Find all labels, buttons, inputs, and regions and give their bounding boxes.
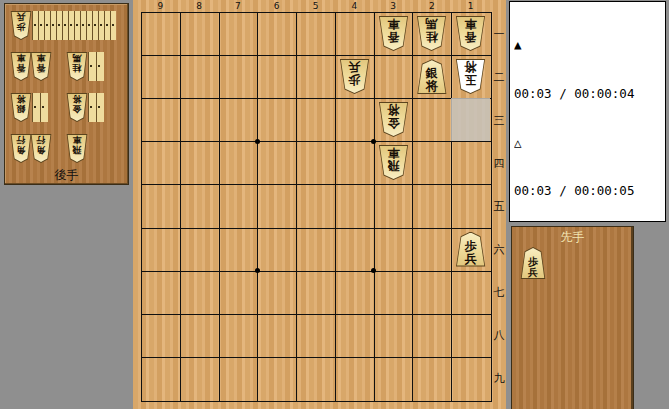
- board-square[interactable]: [181, 142, 220, 185]
- board-piece-2一[interactable]: 桂馬: [416, 16, 447, 51]
- board-square[interactable]: [220, 13, 259, 56]
- hand-piece-pawn[interactable]: 歩兵: [10, 11, 116, 40]
- board-square[interactable]: [452, 185, 491, 228]
- board-square[interactable]: [181, 272, 220, 315]
- rank-label: 七: [492, 285, 506, 300]
- piece-kanji: 桂馬: [66, 52, 88, 81]
- board-square[interactable]: [297, 56, 336, 99]
- board-square[interactable]: [452, 358, 491, 401]
- hand-piece-rook[interactable]: 飛車: [66, 134, 88, 163]
- file-label: 2: [427, 1, 437, 11]
- star-point: [255, 139, 260, 144]
- stacked-piece-edge: [40, 93, 48, 122]
- board-square[interactable]: [220, 315, 259, 358]
- piece-kanji: 角行: [10, 134, 32, 163]
- board-panel: 987654321 一二三四五六七八九 香車桂馬香車歩兵銀将玉将金将飛車歩兵: [133, 0, 506, 409]
- hand-piece-gold[interactable]: 金将: [66, 93, 104, 122]
- board-square[interactable]: [181, 99, 220, 142]
- board-square[interactable]: [181, 315, 220, 358]
- file-label: 5: [311, 1, 321, 11]
- hand-row: 銀将金将: [10, 93, 123, 123]
- file-label: 4: [349, 1, 359, 11]
- board-square[interactable]: [336, 185, 375, 228]
- board-square[interactable]: [375, 315, 414, 358]
- board-square[interactable]: [142, 142, 181, 185]
- board-square[interactable]: [375, 358, 414, 401]
- piece-kanji: 歩兵: [10, 11, 32, 40]
- gote-clock: 00:03 / 00:00:05: [514, 183, 665, 199]
- board-square[interactable]: [336, 99, 375, 142]
- board-square[interactable]: [258, 229, 297, 272]
- rank-label: 二: [492, 70, 506, 85]
- piece-kanji: 歩兵: [520, 247, 546, 279]
- board-square[interactable]: [258, 142, 297, 185]
- board-square[interactable]: [413, 315, 452, 358]
- board-square[interactable]: [336, 272, 375, 315]
- file-label: 3: [388, 1, 398, 11]
- piece-kanji: 桂馬: [416, 16, 447, 51]
- board-square[interactable]: [142, 315, 181, 358]
- board-square[interactable]: [452, 272, 491, 315]
- sente-mark: ▲: [514, 37, 665, 53]
- stacked-piece-edge: [88, 93, 96, 122]
- board-square[interactable]: [181, 229, 220, 272]
- gote-hand-tray: 歩兵香車香車桂馬銀将金将角行角行飛車 後手: [4, 3, 129, 185]
- board-square[interactable]: [220, 185, 259, 228]
- piece-kanji: 香車: [30, 52, 52, 81]
- board-square[interactable]: [258, 13, 297, 56]
- hand-piece-pawn[interactable]: 歩兵: [520, 247, 546, 279]
- file-label: 9: [155, 1, 165, 11]
- star-point: [255, 268, 260, 273]
- board-square[interactable]: [452, 315, 491, 358]
- board-square[interactable]: [375, 272, 414, 315]
- board-square[interactable]: [258, 272, 297, 315]
- hand-piece-silver[interactable]: 銀将: [10, 93, 48, 122]
- board-square[interactable]: [297, 358, 336, 401]
- hand-piece-face[interactable]: 桂馬: [66, 52, 88, 81]
- hand-piece-knight[interactable]: 桂馬: [66, 52, 104, 81]
- sente-hand-tray: 先手 歩兵: [511, 226, 634, 409]
- piece-kanji: 歩兵: [455, 232, 486, 267]
- star-point: [371, 139, 376, 144]
- board-square[interactable]: [258, 56, 297, 99]
- board-square[interactable]: [258, 358, 297, 401]
- board-square[interactable]: [297, 185, 336, 228]
- hand-piece-face[interactable]: 香車: [30, 52, 52, 81]
- board-square[interactable]: [336, 315, 375, 358]
- board-square[interactable]: [297, 229, 336, 272]
- sente-clock: 00:03 / 00:00:04: [514, 86, 665, 102]
- stacked-piece-edge: [88, 52, 96, 81]
- board-square[interactable]: [142, 56, 181, 99]
- board-piece-1二[interactable]: 玉将: [455, 59, 486, 94]
- board-square[interactable]: [142, 185, 181, 228]
- hand-piece-bishop[interactable]: 角行角行: [10, 134, 52, 163]
- hand-piece-face[interactable]: 飛車: [66, 134, 88, 163]
- sente-hand-pieces: 歩兵: [520, 247, 546, 279]
- board-square[interactable]: [220, 56, 259, 99]
- board-square[interactable]: [297, 142, 336, 185]
- piece-kanji: 銀将: [10, 93, 32, 122]
- board-square[interactable]: [220, 272, 259, 315]
- board-square[interactable]: [413, 185, 452, 228]
- gote-hand-label: 後手: [5, 168, 128, 182]
- board-piece-3四[interactable]: 飛車: [378, 145, 409, 180]
- hand-piece-face[interactable]: 歩兵: [10, 11, 32, 40]
- stacked-piece-edge: [96, 52, 104, 81]
- board-square[interactable]: [336, 13, 375, 56]
- hand-piece-face[interactable]: 歩兵: [520, 247, 546, 279]
- piece-kanji: 角行: [30, 134, 52, 163]
- board-piece-3一[interactable]: 香車: [378, 16, 409, 51]
- file-label: 6: [272, 1, 282, 11]
- info-panel: ▲ 00:03 / 00:00:04 △ 00:03 / 00:00:05 手合…: [509, 1, 666, 222]
- board-piece-4二[interactable]: 歩兵: [339, 59, 370, 94]
- file-label: 8: [194, 1, 204, 11]
- board-square[interactable]: [181, 185, 220, 228]
- board-square[interactable]: [258, 315, 297, 358]
- hand-slot: 金将: [66, 93, 119, 123]
- hand-piece-face[interactable]: 香車: [10, 52, 32, 81]
- piece-kanji: 金将: [378, 102, 409, 137]
- hand-piece-face[interactable]: 角行: [30, 134, 52, 163]
- sente-hand-label: 先手: [512, 230, 633, 244]
- piece-kanji: 香車: [455, 16, 486, 51]
- board-square[interactable]: [413, 99, 452, 142]
- board-piece-1一[interactable]: 香車: [455, 16, 486, 51]
- board-square[interactable]: [258, 99, 297, 142]
- hand-slot: 飛車: [66, 134, 119, 164]
- board-square[interactable]: [413, 272, 452, 315]
- board-square[interactable]: [220, 358, 259, 401]
- board-square[interactable]: [142, 13, 181, 56]
- board-square[interactable]: [181, 13, 220, 56]
- board-square[interactable]: [142, 229, 181, 272]
- piece-kanji: 銀将: [416, 59, 447, 94]
- board-square[interactable]: [181, 56, 220, 99]
- board-square[interactable]: [181, 358, 220, 401]
- hand-row: 歩兵: [10, 11, 123, 41]
- piece-kanji: 歩兵: [339, 59, 370, 94]
- rank-label: 三: [492, 113, 506, 128]
- board-square[interactable]: [375, 185, 414, 228]
- stacked-piece-edge: [32, 93, 40, 122]
- piece-kanji: 飛車: [66, 134, 88, 163]
- board-square[interactable]: [142, 272, 181, 315]
- board-square[interactable]: [297, 99, 336, 142]
- rank-label: 一: [492, 27, 506, 42]
- piece-kanji: 金将: [66, 93, 88, 122]
- board-square[interactable]: [220, 99, 259, 142]
- rank-label: 四: [492, 156, 506, 171]
- file-label: 1: [466, 1, 476, 11]
- board-square[interactable]: [413, 142, 452, 185]
- rank-label: 九: [492, 371, 506, 386]
- piece-kanji: 玉将: [455, 59, 486, 94]
- piece-kanji: 飛車: [378, 145, 409, 180]
- rank-label: 八: [492, 328, 506, 343]
- hand-piece-face[interactable]: 金将: [66, 93, 88, 122]
- board-square[interactable]: [375, 56, 414, 99]
- board-square[interactable]: [258, 185, 297, 228]
- hand-slot: 銀将: [10, 93, 63, 123]
- stacked-piece-edge: [110, 11, 116, 40]
- board-square[interactable]: [375, 229, 414, 272]
- board-square[interactable]: [336, 358, 375, 401]
- board-piece-2二[interactable]: 銀将: [416, 59, 447, 94]
- board-square[interactable]: [413, 358, 452, 401]
- hand-slot: 桂馬: [66, 52, 119, 82]
- board-square[interactable]: [220, 229, 259, 272]
- hand-piece-lance[interactable]: 香車香車: [10, 52, 52, 81]
- board-square[interactable]: [297, 272, 336, 315]
- hand-piece-face[interactable]: 銀将: [10, 93, 32, 122]
- board-square[interactable]: [142, 99, 181, 142]
- board-square[interactable]: [336, 229, 375, 272]
- hand-piece-face[interactable]: 角行: [10, 134, 32, 163]
- stacked-piece-edge: [96, 93, 104, 122]
- rank-label: 五: [492, 199, 506, 214]
- board-square[interactable]: [142, 358, 181, 401]
- board-piece-1六[interactable]: 歩兵: [455, 232, 486, 267]
- hand-row: 角行角行飛車: [10, 134, 123, 164]
- hand-slot: 角行角行: [10, 134, 63, 164]
- board-square[interactable]: [336, 142, 375, 185]
- board-square[interactable]: [452, 142, 491, 185]
- rank-label: 六: [492, 242, 506, 257]
- piece-kanji: 香車: [10, 52, 32, 81]
- gote-mark: △: [514, 135, 665, 151]
- board-square[interactable]: [297, 13, 336, 56]
- hand-slot: 歩兵: [10, 11, 123, 41]
- piece-kanji: 香車: [378, 16, 409, 51]
- hand-slot: 香車香車: [10, 52, 63, 82]
- file-label: 7: [233, 1, 243, 11]
- board-square[interactable]: [297, 315, 336, 358]
- gote-hand-pieces: 歩兵香車香車桂馬銀将金将角行角行飛車: [10, 11, 123, 175]
- move-from-highlight: [451, 98, 490, 141]
- board-piece-3三[interactable]: 金将: [378, 102, 409, 137]
- shogi-app: 歩兵香車香車桂馬銀将金将角行角行飛車 後手 987654321 一二三四五六七八…: [0, 0, 669, 409]
- hand-row: 香車香車桂馬: [10, 52, 123, 82]
- board-square[interactable]: [413, 229, 452, 272]
- board-square[interactable]: [220, 142, 259, 185]
